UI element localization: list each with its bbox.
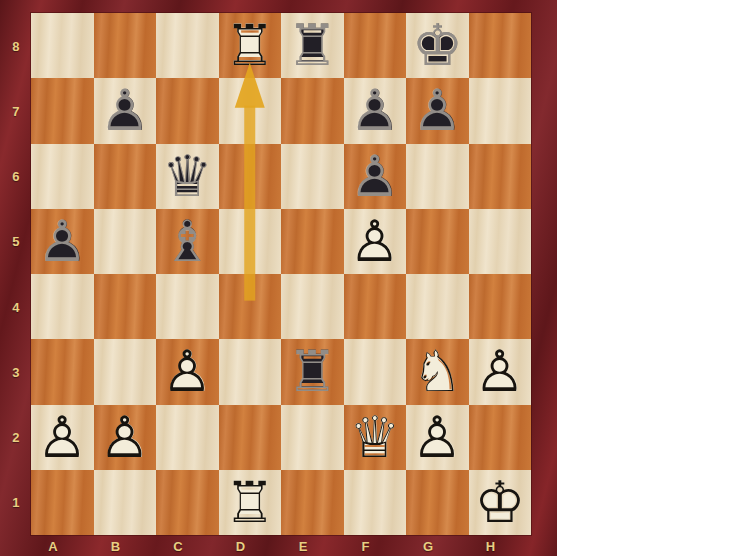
square-g7[interactable]: ♟♙: [406, 78, 469, 143]
square-c7[interactable]: [156, 78, 219, 143]
square-c4[interactable]: [156, 274, 219, 339]
square-c5[interactable]: ♝♗: [156, 209, 219, 274]
rank-label-8: 8: [12, 38, 20, 53]
square-d6[interactable]: [219, 144, 282, 209]
square-b5[interactable]: [94, 209, 157, 274]
square-d8[interactable]: ♜♖: [219, 13, 282, 78]
square-e3[interactable]: ♜♖: [281, 339, 344, 404]
piece-black-rook-e8[interactable]: ♜♖: [281, 13, 344, 78]
file-label-f: F: [362, 539, 370, 554]
piece-white-queen-f2[interactable]: ♛♕: [344, 405, 407, 470]
file-label-c: C: [173, 539, 183, 554]
square-f6[interactable]: ♟♙: [344, 144, 407, 209]
square-c1[interactable]: [156, 470, 219, 535]
square-f7[interactable]: ♟♙: [344, 78, 407, 143]
square-c8[interactable]: [156, 13, 219, 78]
board-squares: ♜♖♜♖♚♔♟♙♟♙♟♙♛♕♟♙♟♙♝♗♟♙♟♙♜♖♞♘♟♙♟♙♟♙♛♕♟♙♜♖…: [31, 13, 531, 535]
empty-margin: [557, 0, 750, 556]
square-e2[interactable]: [281, 405, 344, 470]
square-a5[interactable]: ♟♙: [31, 209, 94, 274]
square-a7[interactable]: [31, 78, 94, 143]
square-b3[interactable]: [94, 339, 157, 404]
square-h3[interactable]: ♟♙: [469, 339, 532, 404]
square-a2[interactable]: ♟♙: [31, 405, 94, 470]
square-g1[interactable]: [406, 470, 469, 535]
piece-black-queen-c6[interactable]: ♛♕: [156, 144, 219, 209]
piece-black-pawn-f7[interactable]: ♟♙: [344, 78, 407, 143]
square-g4[interactable]: [406, 274, 469, 339]
square-f1[interactable]: [344, 470, 407, 535]
chess-board: ♜♖♜♖♚♔♟♙♟♙♟♙♛♕♟♙♟♙♝♗♟♙♟♙♜♖♞♘♟♙♟♙♟♙♛♕♟♙♜♖…: [0, 0, 557, 556]
square-c6[interactable]: ♛♕: [156, 144, 219, 209]
rank-label-2: 2: [12, 430, 20, 445]
piece-black-pawn-b7[interactable]: ♟♙: [94, 78, 157, 143]
square-e1[interactable]: [281, 470, 344, 535]
square-f8[interactable]: [344, 13, 407, 78]
square-h6[interactable]: [469, 144, 532, 209]
square-g5[interactable]: [406, 209, 469, 274]
piece-white-pawn-h3[interactable]: ♟♙: [469, 339, 532, 404]
square-b4[interactable]: [94, 274, 157, 339]
piece-white-rook-d8[interactable]: ♜♖: [219, 13, 282, 78]
square-f4[interactable]: [344, 274, 407, 339]
piece-black-king-g8[interactable]: ♚♔: [406, 13, 469, 78]
square-h1[interactable]: ♚♔: [469, 470, 532, 535]
piece-black-rook-e3[interactable]: ♜♖: [281, 339, 344, 404]
square-b7[interactable]: ♟♙: [94, 78, 157, 143]
rank-label-6: 6: [12, 169, 20, 184]
square-a1[interactable]: [31, 470, 94, 535]
square-d4[interactable]: [219, 274, 282, 339]
square-e4[interactable]: [281, 274, 344, 339]
piece-black-pawn-f6[interactable]: ♟♙: [344, 144, 407, 209]
piece-white-pawn-c3[interactable]: ♟♙: [156, 339, 219, 404]
file-label-e: E: [299, 539, 308, 554]
square-e8[interactable]: ♜♖: [281, 13, 344, 78]
file-label-g: G: [423, 539, 434, 554]
square-f3[interactable]: [344, 339, 407, 404]
piece-black-pawn-a5[interactable]: ♟♙: [31, 209, 94, 274]
square-d3[interactable]: [219, 339, 282, 404]
square-c3[interactable]: ♟♙: [156, 339, 219, 404]
square-e7[interactable]: [281, 78, 344, 143]
square-h7[interactable]: [469, 78, 532, 143]
square-d5[interactable]: [219, 209, 282, 274]
square-b8[interactable]: [94, 13, 157, 78]
square-e5[interactable]: [281, 209, 344, 274]
file-label-h: H: [486, 539, 496, 554]
square-e6[interactable]: [281, 144, 344, 209]
rank-label-3: 3: [12, 364, 20, 379]
square-b2[interactable]: ♟♙: [94, 405, 157, 470]
square-a4[interactable]: [31, 274, 94, 339]
square-g3[interactable]: ♞♘: [406, 339, 469, 404]
square-f2[interactable]: ♛♕: [344, 405, 407, 470]
file-label-d: D: [236, 539, 246, 554]
piece-white-pawn-g2[interactable]: ♟♙: [406, 405, 469, 470]
screenshot: ♜♖♜♖♚♔♟♙♟♙♟♙♛♕♟♙♟♙♝♗♟♙♟♙♜♖♞♘♟♙♟♙♟♙♛♕♟♙♜♖…: [0, 0, 750, 556]
square-b6[interactable]: [94, 144, 157, 209]
square-h2[interactable]: [469, 405, 532, 470]
piece-black-pawn-g7[interactable]: ♟♙: [406, 78, 469, 143]
square-g6[interactable]: [406, 144, 469, 209]
piece-white-pawn-f5[interactable]: ♟♙: [344, 209, 407, 274]
rank-label-7: 7: [12, 103, 20, 118]
file-label-a: A: [48, 539, 58, 554]
piece-white-rook-d1[interactable]: ♜♖: [219, 470, 282, 535]
square-h8[interactable]: [469, 13, 532, 78]
piece-white-pawn-a2[interactable]: ♟♙: [31, 405, 94, 470]
square-c2[interactable]: [156, 405, 219, 470]
rank-label-5: 5: [12, 234, 20, 249]
square-d7[interactable]: [219, 78, 282, 143]
square-d2[interactable]: [219, 405, 282, 470]
square-a3[interactable]: [31, 339, 94, 404]
square-d1[interactable]: ♜♖: [219, 470, 282, 535]
square-a8[interactable]: [31, 13, 94, 78]
piece-white-pawn-b2[interactable]: ♟♙: [94, 405, 157, 470]
rank-label-1: 1: [12, 495, 20, 510]
square-h5[interactable]: [469, 209, 532, 274]
piece-white-knight-g3[interactable]: ♞♘: [406, 339, 469, 404]
square-a6[interactable]: [31, 144, 94, 209]
file-label-b: B: [111, 539, 121, 554]
square-b1[interactable]: [94, 470, 157, 535]
square-g8[interactable]: ♚♔: [406, 13, 469, 78]
rank-label-4: 4: [12, 299, 20, 314]
square-f5[interactable]: ♟♙: [344, 209, 407, 274]
square-g2[interactable]: ♟♙: [406, 405, 469, 470]
piece-black-bishop-c5[interactable]: ♝♗: [156, 209, 219, 274]
piece-white-king-h1[interactable]: ♚♔: [469, 470, 532, 535]
square-h4[interactable]: [469, 274, 532, 339]
